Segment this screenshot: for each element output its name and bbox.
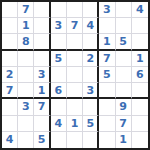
cell-r7c5[interactable]	[67, 99, 83, 115]
cell-r9c5[interactable]	[67, 132, 83, 148]
cell-r4c5[interactable]	[67, 51, 83, 67]
cell-r9c4[interactable]	[51, 132, 67, 148]
cell-r1c9[interactable]: 4	[132, 2, 148, 18]
cell-r4c9[interactable]: 1	[132, 51, 148, 67]
cell-r3c8[interactable]: 5	[116, 34, 132, 50]
cell-r1c5[interactable]	[67, 2, 83, 18]
cell-r2c8[interactable]	[116, 18, 132, 34]
cell-r8c2[interactable]	[18, 116, 34, 132]
cell-r9c1[interactable]: 4	[2, 132, 18, 148]
cell-r2c1[interactable]	[2, 18, 18, 34]
cell-r2c4[interactable]: 3	[51, 18, 67, 34]
cell-r2c3[interactable]	[34, 18, 50, 34]
cell-r1c8[interactable]	[116, 2, 132, 18]
cell-r7c7[interactable]	[99, 99, 115, 115]
cell-r9c9[interactable]	[132, 132, 148, 148]
cell-r8c3[interactable]	[34, 116, 50, 132]
cell-r3c1[interactable]	[2, 34, 18, 50]
cell-r8c1[interactable]	[2, 116, 18, 132]
cell-r5c8[interactable]	[116, 67, 132, 83]
cell-r4c4[interactable]: 5	[51, 51, 67, 67]
cell-r7c3[interactable]: 7	[34, 99, 50, 115]
cell-r6c2[interactable]	[18, 83, 34, 99]
cell-r1c3[interactable]	[34, 2, 50, 18]
cell-r5c4[interactable]	[51, 67, 67, 83]
cell-r6c5[interactable]	[67, 83, 83, 99]
cell-r5c7[interactable]: 5	[99, 67, 115, 83]
cell-r9c2[interactable]	[18, 132, 34, 148]
cell-r9c7[interactable]	[99, 132, 115, 148]
cell-r2c5[interactable]: 7	[67, 18, 83, 34]
cell-r3c7[interactable]: 1	[99, 34, 115, 50]
cell-r5c3[interactable]: 3	[34, 67, 50, 83]
sudoku-app: 73413748155271235671633794157451	[0, 0, 150, 150]
cell-r8c4[interactable]: 4	[51, 116, 67, 132]
cell-r3c3[interactable]	[34, 34, 50, 50]
cell-r6c8[interactable]	[116, 83, 132, 99]
cell-r7c9[interactable]	[132, 99, 148, 115]
cell-r9c8[interactable]: 1	[116, 132, 132, 148]
cell-r6c9[interactable]	[132, 83, 148, 99]
cell-r1c2[interactable]: 7	[18, 2, 34, 18]
cell-r8c5[interactable]: 1	[67, 116, 83, 132]
cell-r5c9[interactable]: 6	[132, 67, 148, 83]
cell-r4c3[interactable]	[34, 51, 50, 67]
cell-r4c8[interactable]	[116, 51, 132, 67]
cell-r4c7[interactable]: 7	[99, 51, 115, 67]
cell-r5c5[interactable]	[67, 67, 83, 83]
cell-r1c4[interactable]	[51, 2, 67, 18]
cell-r2c2[interactable]: 1	[18, 18, 34, 34]
cell-r2c6[interactable]: 4	[83, 18, 99, 34]
cell-r7c2[interactable]: 3	[18, 99, 34, 115]
cell-r4c6[interactable]: 2	[83, 51, 99, 67]
cell-r2c9[interactable]	[132, 18, 148, 34]
cell-r4c2[interactable]	[18, 51, 34, 67]
cell-r5c2[interactable]	[18, 67, 34, 83]
cell-r9c3[interactable]: 5	[34, 132, 50, 148]
cell-r8c7[interactable]	[99, 116, 115, 132]
cell-r8c9[interactable]	[132, 116, 148, 132]
cell-r8c6[interactable]: 5	[83, 116, 99, 132]
cell-r7c1[interactable]	[2, 99, 18, 115]
cell-r4c1[interactable]	[2, 51, 18, 67]
cell-r3c9[interactable]	[132, 34, 148, 50]
cell-r5c1[interactable]: 2	[2, 67, 18, 83]
cell-r5c6[interactable]	[83, 67, 99, 83]
cell-r1c7[interactable]: 3	[99, 2, 115, 18]
cell-r8c8[interactable]: 7	[116, 116, 132, 132]
cell-r6c6[interactable]: 3	[83, 83, 99, 99]
cell-r9c6[interactable]	[83, 132, 99, 148]
cell-r6c3[interactable]: 1	[34, 83, 50, 99]
cell-r1c1[interactable]	[2, 2, 18, 18]
cell-r3c4[interactable]	[51, 34, 67, 50]
sudoku-board: 73413748155271235671633794157451	[0, 0, 150, 150]
cell-r3c6[interactable]	[83, 34, 99, 50]
cell-r1c6[interactable]	[83, 2, 99, 18]
cell-r7c4[interactable]	[51, 99, 67, 115]
cell-r7c6[interactable]	[83, 99, 99, 115]
cell-r6c1[interactable]: 7	[2, 83, 18, 99]
cell-r7c8[interactable]: 9	[116, 99, 132, 115]
cell-r3c2[interactable]: 8	[18, 34, 34, 50]
cell-r3c5[interactable]	[67, 34, 83, 50]
cell-r2c7[interactable]	[99, 18, 115, 34]
cell-r6c7[interactable]	[99, 83, 115, 99]
cell-r6c4[interactable]: 6	[51, 83, 67, 99]
